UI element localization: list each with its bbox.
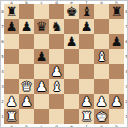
square-d8[interactable]: [49, 4, 64, 19]
square-c5[interactable]: ♟: [34, 49, 49, 64]
piece-black-rook[interactable]: ♜: [6, 4, 18, 19]
piece-white-bishop[interactable]: ♝: [96, 49, 108, 64]
rank-label-7: 7: [125, 19, 128, 34]
square-f5[interactable]: [79, 49, 94, 64]
square-f4[interactable]: [79, 64, 94, 79]
square-f3[interactable]: [79, 79, 94, 94]
piece-white-rook[interactable]: ♜: [81, 109, 93, 124]
square-a3[interactable]: [4, 79, 19, 94]
square-a7[interactable]: ♟: [4, 19, 19, 34]
square-g6[interactable]: [94, 34, 109, 49]
square-h5[interactable]: [109, 49, 124, 64]
square-f7[interactable]: ♟: [79, 19, 94, 34]
square-g1[interactable]: ♚: [94, 109, 109, 124]
square-e1[interactable]: [64, 109, 79, 124]
square-h8[interactable]: ♜: [109, 4, 124, 19]
square-b6[interactable]: [19, 34, 34, 49]
square-f1[interactable]: ♜: [79, 109, 94, 124]
chessboard-diagram: abcdefgh abcdefgh 87654321 87654321 ♜♚♝♜…: [0, 0, 128, 128]
piece-black-rook[interactable]: ♜: [111, 4, 123, 19]
piece-white-queen[interactable]: ♛: [21, 79, 33, 94]
square-b7[interactable]: ♟: [19, 19, 34, 34]
rank-label-3: 3: [125, 79, 128, 94]
piece-white-pawn[interactable]: ♟: [111, 94, 123, 109]
file-label-a: a: [4, 125, 19, 128]
square-c7[interactable]: ♛: [34, 19, 49, 34]
piece-white-pawn[interactable]: ♟: [6, 94, 18, 109]
square-g8[interactable]: [94, 4, 109, 19]
square-h3[interactable]: [109, 79, 124, 94]
file-labels-bottom: abcdefgh: [4, 125, 124, 128]
square-g2[interactable]: ♟: [94, 94, 109, 109]
square-d4[interactable]: ♟: [49, 64, 64, 79]
square-b1[interactable]: [19, 109, 34, 124]
square-g4[interactable]: [94, 64, 109, 79]
rank-label-1: 1: [125, 109, 128, 124]
piece-black-queen[interactable]: ♛: [36, 19, 48, 34]
square-c4[interactable]: [34, 64, 49, 79]
rank-label-2: 2: [125, 94, 128, 109]
square-c1[interactable]: [34, 109, 49, 124]
piece-white-pawn[interactable]: ♟: [51, 64, 63, 79]
piece-white-pawn[interactable]: ♟: [21, 94, 33, 109]
square-d2[interactable]: [49, 94, 64, 109]
rank-label-5: 5: [125, 49, 128, 64]
piece-white-rook[interactable]: ♜: [6, 109, 18, 124]
square-e6[interactable]: ♟: [64, 34, 79, 49]
square-e8[interactable]: ♚: [64, 4, 79, 19]
piece-black-pawn[interactable]: ♟: [6, 19, 18, 34]
square-f2[interactable]: ♟: [79, 94, 94, 109]
rank-label-6: 6: [125, 34, 128, 49]
file-label-f: f: [79, 125, 94, 128]
square-e3[interactable]: [64, 79, 79, 94]
piece-black-pawn[interactable]: ♟: [66, 34, 78, 49]
square-b3[interactable]: ♛: [19, 79, 34, 94]
piece-black-pawn[interactable]: ♟: [21, 19, 33, 34]
piece-white-king[interactable]: ♚: [96, 109, 108, 124]
square-a5[interactable]: [4, 49, 19, 64]
square-d6[interactable]: [49, 34, 64, 49]
square-h4[interactable]: [109, 64, 124, 79]
square-c8[interactable]: [34, 4, 49, 19]
file-label-e: e: [64, 125, 79, 128]
file-label-c: c: [34, 125, 49, 128]
piece-white-pawn[interactable]: ♟: [81, 94, 93, 109]
square-h2[interactable]: ♟: [109, 94, 124, 109]
file-label-b: b: [19, 125, 34, 128]
square-c6[interactable]: [34, 34, 49, 49]
file-label-g: g: [94, 125, 109, 128]
square-h7[interactable]: [109, 19, 124, 34]
piece-black-king[interactable]: ♚: [66, 4, 78, 19]
piece-black-pawn[interactable]: ♟: [111, 34, 123, 49]
rank-label-8: 8: [125, 4, 128, 19]
square-c3[interactable]: ♟: [34, 79, 49, 94]
square-g5[interactable]: ♝: [94, 49, 109, 64]
square-e2[interactable]: [64, 94, 79, 109]
square-c2[interactable]: [34, 94, 49, 109]
piece-white-pawn[interactable]: ♟: [36, 79, 48, 94]
piece-black-knight[interactable]: ♞: [51, 19, 63, 34]
square-h1[interactable]: [109, 109, 124, 124]
piece-white-bishop[interactable]: ♝: [51, 79, 63, 94]
piece-black-bishop[interactable]: ♝: [81, 4, 93, 19]
file-label-h: h: [109, 125, 124, 128]
square-e4[interactable]: [64, 64, 79, 79]
piece-black-pawn[interactable]: ♟: [36, 49, 48, 64]
board-grid: ♜♚♝♜♟♟♛♞♟♟♟♟♝♟♛♟♝♟♟♟♟♟♜♜♚: [4, 4, 124, 124]
square-g3[interactable]: [94, 79, 109, 94]
piece-white-pawn[interactable]: ♟: [96, 94, 108, 109]
square-f8[interactable]: ♝: [79, 4, 94, 19]
square-d3[interactable]: ♝: [49, 79, 64, 94]
rank-labels-right: 87654321: [125, 4, 128, 124]
square-a1[interactable]: ♜: [4, 109, 19, 124]
square-b4[interactable]: [19, 64, 34, 79]
square-d5[interactable]: [49, 49, 64, 64]
square-b8[interactable]: [19, 4, 34, 19]
piece-black-pawn[interactable]: ♟: [81, 19, 93, 34]
square-a4[interactable]: [4, 64, 19, 79]
square-b2[interactable]: ♟: [19, 94, 34, 109]
file-label-d: d: [49, 125, 64, 128]
square-f6[interactable]: [79, 34, 94, 49]
square-h6[interactable]: ♟: [109, 34, 124, 49]
square-e5[interactable]: [64, 49, 79, 64]
square-e7[interactable]: [64, 19, 79, 34]
square-a2[interactable]: ♟: [4, 94, 19, 109]
square-d1[interactable]: [49, 109, 64, 124]
square-g7[interactable]: [94, 19, 109, 34]
square-a8[interactable]: ♜: [4, 4, 19, 19]
square-d7[interactable]: ♞: [49, 19, 64, 34]
square-a6[interactable]: [4, 34, 19, 49]
rank-label-4: 4: [125, 64, 128, 79]
square-b5[interactable]: [19, 49, 34, 64]
